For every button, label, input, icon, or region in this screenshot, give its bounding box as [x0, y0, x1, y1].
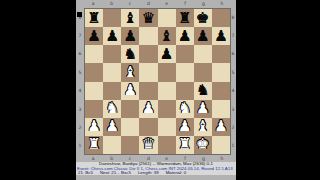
square-g5[interactable]: [194, 63, 212, 81]
black-pawn[interactable]: ♟: [178, 28, 191, 43]
square-f7[interactable]: ♟: [176, 27, 194, 45]
black-knight[interactable]: ♞: [124, 46, 137, 61]
square-e1[interactable]: [158, 136, 176, 154]
square-d6[interactable]: [139, 45, 157, 63]
chess-gui-panel: abcdefgh 87654321 87654321 abcdefgh ♜♝♛♜…: [76, 0, 236, 180]
last-move: 21. Bc5: [78, 171, 93, 176]
square-b7[interactable]: ♟: [103, 27, 121, 45]
square-e7[interactable]: ♝: [158, 27, 176, 45]
rank-label-4: 4: [77, 82, 83, 100]
square-b1[interactable]: [103, 136, 121, 154]
black-pawn[interactable]: ♟: [196, 28, 209, 43]
square-d2[interactable]: [139, 118, 157, 136]
file-label-c: c: [121, 155, 139, 162]
square-d4[interactable]: [139, 82, 157, 100]
file-label-b: b: [102, 155, 120, 162]
square-a2[interactable]: ♟: [85, 118, 103, 136]
square-h1[interactable]: [212, 136, 230, 154]
rank-label-8: 8: [77, 8, 83, 26]
rank-label-5: 5: [77, 63, 83, 81]
file-label-d: d: [139, 0, 157, 7]
square-b3[interactable]: ♞: [103, 100, 121, 118]
square-b2[interactable]: ♟: [103, 118, 121, 136]
black-bishop[interactable]: ♝: [160, 28, 173, 43]
file-labels-bottom: abcdefgh: [84, 155, 231, 162]
square-c4[interactable]: ♟: [121, 82, 139, 100]
file-label-g: g: [194, 0, 212, 7]
white-rook[interactable]: ♜: [87, 137, 100, 152]
square-f2[interactable]: ♟: [176, 118, 194, 136]
white-knight[interactable]: ♞: [105, 101, 118, 116]
white-bishop[interactable]: ♝: [124, 64, 137, 79]
square-f6[interactable]: [176, 45, 194, 63]
square-c2[interactable]: [121, 118, 139, 136]
material-balance: Material: 0: [166, 171, 187, 176]
rank-label-1: 1: [77, 137, 83, 155]
black-knight[interactable]: ♞: [196, 83, 209, 98]
black-rook[interactable]: ♜: [178, 10, 191, 25]
square-b6[interactable]: [103, 45, 121, 63]
square-b4[interactable]: [103, 82, 121, 100]
file-label-f: f: [176, 0, 194, 7]
white-pawn[interactable]: ♟: [87, 119, 100, 134]
file-label-f: f: [176, 155, 194, 162]
chess-board[interactable]: ♜♝♛♜♚♟♟♟♝♟♟♟♞♟♝♟♞♞♟♞♟♟♟♟♝♟♜♛♜♚: [84, 8, 231, 155]
black-bishop[interactable]: ♝: [124, 10, 137, 25]
rank-label-7: 7: [77, 26, 83, 44]
square-g1[interactable]: ♚: [194, 136, 212, 154]
square-b8[interactable]: [103, 9, 121, 27]
file-label-e: e: [158, 155, 176, 162]
black-pawn[interactable]: ♟: [214, 28, 227, 43]
black-pawn[interactable]: ♟: [124, 28, 137, 43]
file-label-e: e: [158, 0, 176, 7]
white-pawn[interactable]: ♟: [214, 119, 227, 134]
square-h6[interactable]: [212, 45, 230, 63]
next-move: Next: 21... Bxc5: [100, 171, 131, 176]
square-b5[interactable]: [103, 63, 121, 81]
square-g3[interactable]: ♟: [194, 100, 212, 118]
square-h8[interactable]: [212, 9, 230, 27]
black-king[interactable]: ♚: [196, 10, 209, 25]
square-e4[interactable]: [158, 82, 176, 100]
square-g8[interactable]: ♚: [194, 9, 212, 27]
square-d7[interactable]: [139, 27, 157, 45]
square-g6[interactable]: [194, 45, 212, 63]
white-bishop[interactable]: ♝: [196, 119, 209, 134]
white-pawn[interactable]: ♟: [196, 101, 209, 116]
white-knight[interactable]: ♞: [178, 101, 191, 116]
square-d5[interactable]: [139, 63, 157, 81]
square-a6[interactable]: [85, 45, 103, 63]
square-e6[interactable]: ♟: [158, 45, 176, 63]
file-label-h: h: [213, 0, 231, 7]
square-f8[interactable]: ♜: [176, 9, 194, 27]
square-e5[interactable]: [158, 63, 176, 81]
black-pawn[interactable]: ♟: [160, 46, 173, 61]
square-a3[interactable]: [85, 100, 103, 118]
white-pawn[interactable]: ♟: [178, 119, 191, 134]
square-a7[interactable]: ♟: [85, 27, 103, 45]
white-queen[interactable]: ♛: [142, 137, 155, 152]
square-a4[interactable]: [85, 82, 103, 100]
square-h7[interactable]: ♟: [212, 27, 230, 45]
square-g4[interactable]: ♞: [194, 82, 212, 100]
square-d1[interactable]: ♛: [139, 136, 157, 154]
square-e2[interactable]: [158, 118, 176, 136]
square-c3[interactable]: [121, 100, 139, 118]
file-label-a: a: [84, 155, 102, 162]
file-label-d: d: [139, 155, 157, 162]
square-h5[interactable]: [212, 63, 230, 81]
square-h2[interactable]: ♟: [212, 118, 230, 136]
square-f5[interactable]: [176, 63, 194, 81]
file-label-b: b: [102, 0, 120, 7]
white-king[interactable]: ♚: [196, 137, 209, 152]
black-queen[interactable]: ♛: [142, 10, 155, 25]
black-pawn[interactable]: ♟: [87, 28, 100, 43]
file-labels-top: abcdefgh: [84, 0, 231, 7]
white-pawn[interactable]: ♟: [142, 101, 155, 116]
square-c5[interactable]: ♝: [121, 63, 139, 81]
side-to-move-indicator: [77, 12, 82, 17]
square-f1[interactable]: ♜: [176, 136, 194, 154]
file-label-h: h: [213, 155, 231, 162]
white-pawn[interactable]: ♟: [105, 119, 118, 134]
file-label-c: c: [121, 0, 139, 7]
square-e3[interactable]: [158, 100, 176, 118]
rank-label-2: 2: [77, 118, 83, 136]
square-g2[interactable]: ♝: [194, 118, 212, 136]
square-h4[interactable]: [212, 82, 230, 100]
square-c8[interactable]: ♝: [121, 9, 139, 27]
black-pawn[interactable]: ♟: [105, 28, 118, 43]
square-g7[interactable]: ♟: [194, 27, 212, 45]
white-rook[interactable]: ♜: [178, 137, 191, 152]
square-e8[interactable]: [158, 9, 176, 27]
game-length: Length: 39: [138, 171, 159, 176]
game-info-panel: Daneshvar, Bardiya (2561) -- Warmerdam, …: [76, 162, 236, 175]
square-c1[interactable]: [121, 136, 139, 154]
square-f4[interactable]: [176, 82, 194, 100]
square-d3[interactable]: ♟: [139, 100, 157, 118]
rank-label-3: 3: [77, 100, 83, 118]
video-frame: abcdefgh 87654321 87654321 abcdefgh ♜♝♛♜…: [0, 0, 320, 180]
rank-label-6: 6: [77, 45, 83, 63]
white-pawn[interactable]: ♟: [124, 83, 137, 98]
moves-line: 21. Bc5 Next: 21... Bxc5 Length: 39 Mate…: [76, 171, 236, 176]
square-a1[interactable]: ♜: [85, 136, 103, 154]
square-c6[interactable]: ♞: [121, 45, 139, 63]
rank-labels-left: 87654321: [77, 8, 83, 155]
black-rook[interactable]: ♜: [87, 10, 100, 25]
square-a8[interactable]: ♜: [85, 9, 103, 27]
square-c7[interactable]: ♟: [121, 27, 139, 45]
square-d8[interactable]: ♛: [139, 9, 157, 27]
square-a5[interactable]: [85, 63, 103, 81]
file-label-g: g: [194, 155, 212, 162]
square-h3[interactable]: [212, 100, 230, 118]
square-f3[interactable]: ♞: [176, 100, 194, 118]
file-label-a: a: [84, 0, 102, 7]
